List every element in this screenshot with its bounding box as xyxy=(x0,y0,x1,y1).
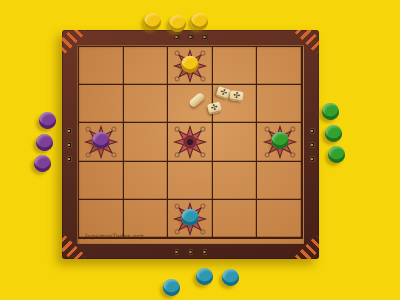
board-cell-r1c0[interactable] xyxy=(79,85,124,123)
reserve-chip-yellow[interactable] xyxy=(169,15,186,32)
pawn-purple[interactable] xyxy=(93,132,110,149)
frame-stamps-left xyxy=(67,128,72,162)
pawn-green[interactable] xyxy=(271,132,288,149)
reserve-chip-green[interactable] xyxy=(328,146,345,163)
die-tablet-marked[interactable]: ✣ xyxy=(229,90,243,102)
frame-stamps-bottom xyxy=(174,249,207,255)
reserve-chip-purple[interactable] xyxy=(39,112,56,129)
board-cell-r2c0[interactable] xyxy=(79,123,124,161)
board-cell-r0c4[interactable] xyxy=(257,47,302,85)
frame-stamp-mark xyxy=(174,249,179,255)
reserve-chip-yellow[interactable] xyxy=(144,13,161,30)
frame-stamp-mark xyxy=(310,142,315,148)
board-cell-r0c2[interactable] xyxy=(168,47,213,85)
reserve-chip-blue[interactable] xyxy=(163,279,180,296)
frame-stamps-right xyxy=(310,128,315,162)
frame-stamp-mark xyxy=(67,156,72,162)
reserve-chip-green[interactable] xyxy=(325,125,342,142)
frame-stamp-mark xyxy=(67,142,72,148)
board-cell-r4c2[interactable] xyxy=(168,200,213,238)
board-playfield: ✣✣✣ JugamosTodos.org xyxy=(77,45,304,244)
board-cell-r3c3[interactable] xyxy=(213,162,258,200)
frame-stamp-mark xyxy=(310,128,315,134)
reserve-chip-purple[interactable] xyxy=(36,134,53,151)
board-cell-r0c1[interactable] xyxy=(124,47,169,85)
reserve-chip-yellow[interactable] xyxy=(191,13,208,30)
frame-stamps-top xyxy=(174,34,207,40)
reserve-chip-purple[interactable] xyxy=(34,155,51,172)
frame-stamp-mark xyxy=(188,34,193,40)
board-cell-r4c4[interactable] xyxy=(257,200,302,238)
board-cell-r1c4[interactable] xyxy=(257,85,302,123)
pawn-yellow[interactable] xyxy=(182,56,199,73)
board-cell-r3c4[interactable] xyxy=(257,162,302,200)
board-cell-r3c2[interactable] xyxy=(168,162,213,200)
board-cell-r3c1[interactable] xyxy=(124,162,169,200)
frame-stamp-mark xyxy=(310,156,315,162)
board-cell-r0c0[interactable] xyxy=(79,47,124,85)
frame-stamp-mark xyxy=(174,34,179,40)
pawn-blue[interactable] xyxy=(182,209,199,226)
board-cell-r2c1[interactable] xyxy=(124,123,169,161)
board-cell-r1c1[interactable] xyxy=(124,85,169,123)
board-cell-r2c3[interactable] xyxy=(213,123,258,161)
board-cell-r2c2[interactable] xyxy=(168,123,213,161)
frame-stamp-mark xyxy=(202,249,207,255)
board-cell-r3c0[interactable] xyxy=(79,162,124,200)
frame-stamp-mark xyxy=(188,249,193,255)
board-cell-r4c3[interactable] xyxy=(213,200,258,238)
watermark-text: JugamosTodos.org xyxy=(84,232,143,239)
board-grid xyxy=(78,46,303,239)
reserve-chip-blue[interactable] xyxy=(222,269,239,286)
reserve-chip-blue[interactable] xyxy=(196,268,213,285)
frame-stamp-mark xyxy=(67,128,72,134)
rosette-safe-square-marker xyxy=(173,125,208,160)
frame-stamp-mark xyxy=(202,34,207,40)
reserve-chip-green[interactable] xyxy=(322,103,339,120)
photo-scene: ✣✣✣ JugamosTodos.org xyxy=(0,0,400,300)
game-board: ✣✣✣ JugamosTodos.org xyxy=(62,30,319,259)
board-cell-r2c4[interactable] xyxy=(257,123,302,161)
board-cell-r0c3[interactable] xyxy=(213,47,258,85)
